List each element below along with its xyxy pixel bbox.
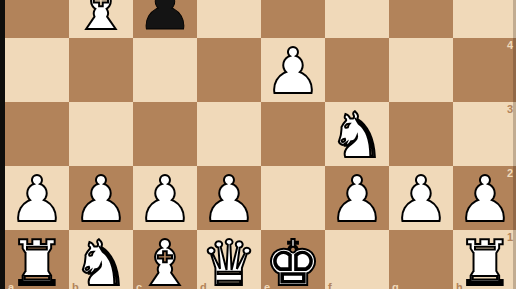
square-g3[interactable] (389, 102, 453, 166)
square-e5[interactable] (261, 0, 325, 38)
square-b5[interactable]: ♝ (69, 0, 133, 38)
square-b2[interactable]: ♟ (69, 166, 133, 230)
square-h3[interactable]: 3 (453, 102, 516, 166)
white-queen[interactable]: ♛ (197, 232, 261, 289)
white-king[interactable]: ♚ (261, 232, 325, 289)
square-f3[interactable]: ♞ (325, 102, 389, 166)
white-knight[interactable]: ♞ (325, 104, 389, 168)
square-c5[interactable]: ♟ (133, 0, 197, 38)
square-d1[interactable]: d♛ (197, 230, 261, 289)
square-a2[interactable]: ♟ (5, 166, 69, 230)
square-g2[interactable]: ♟ (389, 166, 453, 230)
white-rook[interactable]: ♜ (5, 232, 69, 289)
square-g5[interactable] (389, 0, 453, 38)
square-f2[interactable]: ♟ (325, 166, 389, 230)
white-pawn[interactable]: ♟ (389, 168, 453, 232)
square-c1[interactable]: c♝ (133, 230, 197, 289)
square-h1[interactable]: 1h♜ (453, 230, 516, 289)
white-pawn[interactable]: ♟ (325, 168, 389, 232)
square-c4[interactable] (133, 38, 197, 102)
white-pawn[interactable]: ♟ (261, 40, 325, 104)
square-a4[interactable] (5, 38, 69, 102)
square-e2[interactable] (261, 166, 325, 230)
square-g1[interactable]: g (389, 230, 453, 289)
square-e3[interactable] (261, 102, 325, 166)
white-pawn[interactable]: ♟ (69, 168, 133, 232)
square-c3[interactable] (133, 102, 197, 166)
white-pawn[interactable]: ♟ (453, 168, 516, 232)
square-d5[interactable] (197, 0, 261, 38)
white-bishop[interactable]: ♝ (69, 0, 133, 40)
white-knight[interactable]: ♞ (69, 232, 133, 289)
square-a1[interactable]: a♜ (5, 230, 69, 289)
white-pawn[interactable]: ♟ (133, 168, 197, 232)
square-f5[interactable] (325, 0, 389, 38)
white-pawn[interactable]: ♟ (197, 168, 261, 232)
black-pawn[interactable]: ♟ (133, 0, 197, 40)
square-b1[interactable]: b♞ (69, 230, 133, 289)
square-c2[interactable]: ♟ (133, 166, 197, 230)
square-d2[interactable]: ♟ (197, 166, 261, 230)
chess-board: 876♝♟5♟4♞3♟♟♟♟♟♟2♟a♜b♞c♝d♛e♚fg1h♜ (5, 0, 516, 289)
square-b4[interactable] (69, 38, 133, 102)
square-e1[interactable]: e♚ (261, 230, 325, 289)
white-rook[interactable]: ♜ (453, 232, 516, 289)
square-h5[interactable]: 5 (453, 0, 516, 38)
square-e4[interactable]: ♟ (261, 38, 325, 102)
square-f4[interactable] (325, 38, 389, 102)
square-g4[interactable] (389, 38, 453, 102)
square-d4[interactable] (197, 38, 261, 102)
square-d3[interactable] (197, 102, 261, 166)
square-f1[interactable]: f (325, 230, 389, 289)
file-label-f: f (328, 282, 332, 289)
white-pawn[interactable]: ♟ (5, 168, 69, 232)
square-a3[interactable] (5, 102, 69, 166)
square-h4[interactable]: 4 (453, 38, 516, 102)
letterbox-left-strip (0, 0, 5, 289)
square-b3[interactable] (69, 102, 133, 166)
square-h2[interactable]: 2♟ (453, 166, 516, 230)
chess-video-frame: 876♝♟5♟4♞3♟♟♟♟♟♟2♟a♜b♞c♝d♛e♚fg1h♜ (0, 0, 516, 289)
white-bishop[interactable]: ♝ (133, 232, 197, 289)
file-label-g: g (392, 282, 399, 289)
square-a5[interactable] (5, 0, 69, 38)
